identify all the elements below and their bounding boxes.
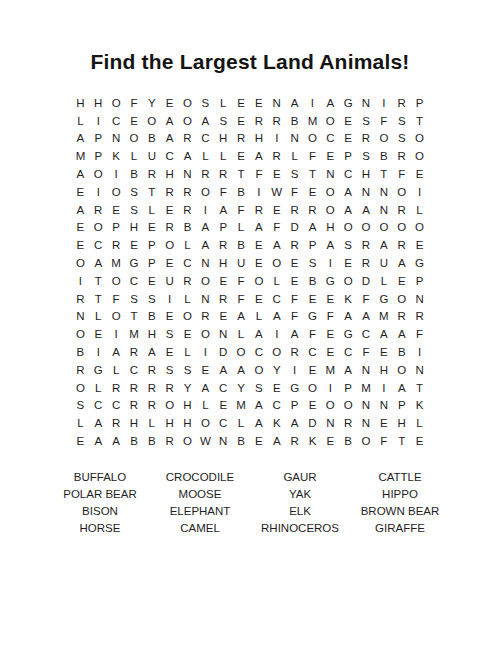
grid-cell: R xyxy=(268,147,286,165)
grid-cell: P xyxy=(339,379,357,397)
grid-cell: M xyxy=(232,397,250,415)
grid-cell: G xyxy=(125,254,143,272)
grid-cell: R xyxy=(179,272,197,290)
grid-cell: R xyxy=(72,361,90,379)
grid-cell: C xyxy=(89,236,107,254)
grid-cell: R xyxy=(250,201,268,219)
word-item: YAK xyxy=(250,486,350,503)
grid-cell: E xyxy=(161,94,179,112)
grid-cell: O xyxy=(339,397,357,415)
grid-cell: E xyxy=(161,308,179,326)
grid-cell: L xyxy=(107,361,125,379)
grid-cell: O xyxy=(161,397,179,415)
grid-cell: N xyxy=(375,201,393,219)
grid-cell: H xyxy=(125,414,143,432)
grid-cell: W xyxy=(196,432,214,450)
grid-cell: A xyxy=(304,219,322,237)
grid-cell: F xyxy=(321,308,339,326)
grid-cell: R xyxy=(161,183,179,201)
grid-cell: A xyxy=(196,112,214,130)
grid-cell: A xyxy=(339,361,357,379)
grid-cell: H xyxy=(179,414,197,432)
grid-cell: P xyxy=(143,254,161,272)
grid-cell: I xyxy=(411,183,429,201)
grid-cell: E xyxy=(72,219,90,237)
grid-cell: P xyxy=(339,147,357,165)
grid-cell: B xyxy=(375,147,393,165)
grid-cell: I xyxy=(268,325,286,343)
grid-cell: N xyxy=(107,130,125,148)
grid-cell: O xyxy=(339,272,357,290)
grid-cell: O xyxy=(143,112,161,130)
grid-cell: T xyxy=(89,290,107,308)
grid-cell: G xyxy=(339,325,357,343)
grid-cell: R xyxy=(125,397,143,415)
grid-cell: E xyxy=(72,183,90,201)
grid-cell: A xyxy=(393,325,411,343)
grid-cell: F xyxy=(125,94,143,112)
grid-cell: O xyxy=(107,183,125,201)
grid-cell: B xyxy=(143,130,161,148)
grid-cell: A xyxy=(321,236,339,254)
grid-cell: C xyxy=(196,130,214,148)
grid-cell: F xyxy=(250,165,268,183)
grid-cell: R xyxy=(232,130,250,148)
grid-cell: B xyxy=(179,219,197,237)
grid-cell: T xyxy=(375,165,393,183)
grid-cell: N xyxy=(196,290,214,308)
grid-cell: F xyxy=(232,272,250,290)
grid-cell: N xyxy=(357,94,375,112)
grid-cell: A xyxy=(393,254,411,272)
grid-cell: H xyxy=(214,254,232,272)
grid-cell: O xyxy=(250,361,268,379)
grid-cell: C xyxy=(304,343,322,361)
grid-cell: N xyxy=(357,397,375,415)
grid-cell: S xyxy=(125,183,143,201)
grid-cell: I xyxy=(304,94,322,112)
grid-cell: O xyxy=(89,165,107,183)
grid-cell: E xyxy=(232,147,250,165)
grid-cell: P xyxy=(89,130,107,148)
grid-cell: S xyxy=(161,361,179,379)
grid-cell: E xyxy=(179,325,197,343)
grid-cell: F xyxy=(304,325,322,343)
grid-cell: G xyxy=(286,379,304,397)
grid-cell: S xyxy=(143,290,161,308)
grid-cell: I xyxy=(321,254,339,272)
grid-cell: R xyxy=(411,308,429,326)
grid-cell: A xyxy=(250,325,268,343)
grid-cell: A xyxy=(286,325,304,343)
grid-cell: O xyxy=(411,147,429,165)
grid-cell: O xyxy=(72,325,90,343)
grid-cell: C xyxy=(321,130,339,148)
grid-cell: L xyxy=(214,147,232,165)
grid-cell: O xyxy=(250,272,268,290)
grid-cell: N xyxy=(196,254,214,272)
grid-cell: I xyxy=(286,361,304,379)
grid-cell: E xyxy=(321,343,339,361)
grid-cell: B xyxy=(393,343,411,361)
grid-cell: E xyxy=(321,325,339,343)
grid-cell: B xyxy=(339,432,357,450)
grid-cell: H xyxy=(179,397,197,415)
grid-cell: L xyxy=(179,343,197,361)
grid-cell: N xyxy=(357,183,375,201)
grid-cell: P xyxy=(411,272,429,290)
grid-cell: R xyxy=(125,379,143,397)
grid-cell: Y xyxy=(268,361,286,379)
grid-cell: O xyxy=(357,432,375,450)
grid-cell: H xyxy=(89,94,107,112)
grid-cell: B xyxy=(143,308,161,326)
grid-cell: N xyxy=(268,94,286,112)
grid-cell: R xyxy=(393,308,411,326)
grid-cell: O xyxy=(411,130,429,148)
grid-cell: U xyxy=(161,272,179,290)
grid-cell: H xyxy=(161,165,179,183)
grid-cell: N xyxy=(321,165,339,183)
grid-cell: R xyxy=(286,343,304,361)
grid-cell: K xyxy=(304,432,322,450)
grid-cell: B xyxy=(125,165,143,183)
grid-cell: F xyxy=(357,343,375,361)
grid-cell: M xyxy=(321,361,339,379)
grid-cell: Y xyxy=(143,94,161,112)
grid-cell: P xyxy=(89,147,107,165)
grid-cell: T xyxy=(411,112,429,130)
word-item: MOOSE xyxy=(150,486,250,503)
grid-cell: F xyxy=(411,325,429,343)
grid-cell: R xyxy=(393,201,411,219)
word-item: RHINOCEROS xyxy=(250,520,350,537)
grid-cell: E xyxy=(250,94,268,112)
grid-cell: P xyxy=(107,219,125,237)
grid-cell: R xyxy=(214,236,232,254)
grid-cell: E xyxy=(125,112,143,130)
grid-cell: N xyxy=(375,397,393,415)
grid-cell: O xyxy=(321,112,339,130)
grid-cell: A xyxy=(161,112,179,130)
grid-cell: E xyxy=(304,183,322,201)
grid-cell: S xyxy=(304,254,322,272)
grid-cell: S xyxy=(393,130,411,148)
grid-cell: A xyxy=(107,343,125,361)
grid-cell: F xyxy=(286,308,304,326)
grid-cell: R xyxy=(143,361,161,379)
grid-cell: C xyxy=(107,112,125,130)
grid-cell: R xyxy=(268,112,286,130)
grid-cell: R xyxy=(393,236,411,254)
grid-cell: B xyxy=(72,343,90,361)
grid-cell: O xyxy=(304,130,322,148)
grid-cell: R xyxy=(143,379,161,397)
grid-cell: R xyxy=(143,165,161,183)
grid-cell: L xyxy=(179,236,197,254)
grid-cell: E xyxy=(232,112,250,130)
grid-cell: K xyxy=(268,414,286,432)
grid-cell: F xyxy=(107,290,125,308)
grid-cell: O xyxy=(393,361,411,379)
grid-cell: B xyxy=(304,272,322,290)
grid-cell: P xyxy=(143,236,161,254)
grid-cell: A xyxy=(232,308,250,326)
grid-cell: R xyxy=(107,236,125,254)
grid-cell: S xyxy=(72,397,90,415)
grid-cell: R xyxy=(286,432,304,450)
grid-cell: C xyxy=(214,379,232,397)
grid-cell: P xyxy=(304,236,322,254)
grid-cell: I xyxy=(72,272,90,290)
grid-cell: I xyxy=(161,290,179,308)
grid-cell: A xyxy=(196,379,214,397)
grid-cell: A xyxy=(89,432,107,450)
grid-cell: A xyxy=(232,361,250,379)
grid-cell: Y xyxy=(179,379,197,397)
grid-cell: L xyxy=(250,308,268,326)
grid-cell: O xyxy=(411,219,429,237)
grid-cell: E xyxy=(161,343,179,361)
grid-cell: E xyxy=(161,254,179,272)
grid-cell: E xyxy=(232,94,250,112)
grid-cell: C xyxy=(107,397,125,415)
grid-cell: I xyxy=(375,94,393,112)
word-item: GAUR xyxy=(250,469,350,486)
grid-cell: R xyxy=(161,432,179,450)
grid-cell: E xyxy=(411,432,429,450)
grid-cell: Y xyxy=(232,379,250,397)
grid-cell: E xyxy=(321,432,339,450)
grid-cell: R xyxy=(250,112,268,130)
grid-cell: S xyxy=(161,325,179,343)
grid-cell: A xyxy=(375,236,393,254)
grid-cell: A xyxy=(196,219,214,237)
grid-cell: H xyxy=(357,165,375,183)
grid-cell: L xyxy=(89,308,107,326)
word-list: BUFFALO CROCODILE GAUR CATTLE POLAR BEAR… xyxy=(50,469,450,537)
grid-cell: R xyxy=(107,414,125,432)
grid-cell: E xyxy=(339,112,357,130)
grid-cell: L xyxy=(232,219,250,237)
grid-cell: N xyxy=(375,183,393,201)
grid-cell: A xyxy=(286,414,304,432)
grid-cell: N xyxy=(411,290,429,308)
word-item: CROCODILE xyxy=(150,469,250,486)
grid-cell: O xyxy=(89,219,107,237)
grid-cell: F xyxy=(375,112,393,130)
grid-cell: E xyxy=(411,165,429,183)
grid-cell: U xyxy=(375,254,393,272)
grid-cell: C xyxy=(268,290,286,308)
puzzle-title: Find the Largest Land Animals! xyxy=(0,0,500,74)
grid-cell: N xyxy=(357,414,375,432)
word-item: BUFFALO xyxy=(50,469,150,486)
word-item: CAMEL xyxy=(150,520,250,537)
grid-cell: E xyxy=(268,379,286,397)
grid-cell: S xyxy=(339,236,357,254)
grid-cell: C xyxy=(179,254,197,272)
word-item: HIPPO xyxy=(350,486,450,503)
grid-cell: L xyxy=(72,112,90,130)
grid-cell: O xyxy=(196,414,214,432)
grid-cell: R xyxy=(196,308,214,326)
grid-cell: R xyxy=(89,201,107,219)
grid-cell: L xyxy=(411,414,429,432)
grid-cell: S xyxy=(286,165,304,183)
grid-cell: L xyxy=(72,414,90,432)
grid-cell: G xyxy=(411,254,429,272)
grid-cell: I xyxy=(107,325,125,343)
grid-cell: O xyxy=(232,343,250,361)
grid-cell: I xyxy=(107,165,125,183)
grid-cell: H xyxy=(72,94,90,112)
grid-cell: B xyxy=(232,236,250,254)
grid-cell: E xyxy=(268,201,286,219)
grid-cell: I xyxy=(321,379,339,397)
grid-cell: A xyxy=(339,308,357,326)
word-item: ELEPHANT xyxy=(150,503,250,520)
grid-cell: T xyxy=(89,272,107,290)
grid-cell: L xyxy=(232,325,250,343)
grid-cell: I xyxy=(196,201,214,219)
letter-grid: HHOFYEOSLEENAIAGNIRPLICEOAOASERRBMOESFST… xyxy=(72,94,429,450)
grid-cell: A xyxy=(89,254,107,272)
grid-cell: L xyxy=(89,379,107,397)
word-item: POLAR BEAR xyxy=(50,486,150,503)
grid-cell: L xyxy=(196,147,214,165)
grid-cell: C xyxy=(268,397,286,415)
grid-cell: O xyxy=(357,219,375,237)
grid-cell: C xyxy=(250,343,268,361)
grid-cell: E xyxy=(250,432,268,450)
grid-cell: N xyxy=(214,432,232,450)
word-item: BROWN BEAR xyxy=(350,503,450,520)
word-item: ELK xyxy=(250,503,350,520)
grid-cell: A xyxy=(214,361,232,379)
grid-cell: R xyxy=(214,165,232,183)
grid-cell: E xyxy=(250,236,268,254)
grid-cell: E xyxy=(339,254,357,272)
grid-cell: E xyxy=(286,272,304,290)
grid-cell: A xyxy=(72,201,90,219)
grid-cell: H xyxy=(393,414,411,432)
grid-cell: G xyxy=(89,361,107,379)
grid-cell: G xyxy=(339,94,357,112)
grid-cell: R xyxy=(196,165,214,183)
grid-cell: I xyxy=(89,112,107,130)
grid-cell: C xyxy=(339,165,357,183)
grid-cell: N xyxy=(357,361,375,379)
grid-cell: I xyxy=(375,379,393,397)
grid-cell: R xyxy=(357,130,375,148)
grid-cell: N xyxy=(286,130,304,148)
grid-cell: L xyxy=(232,414,250,432)
grid-cell: E xyxy=(250,290,268,308)
grid-cell: O xyxy=(125,130,143,148)
grid-cell: E xyxy=(304,397,322,415)
grid-cell: M xyxy=(125,325,143,343)
grid-cell: R xyxy=(72,290,90,308)
grid-cell: C xyxy=(357,325,375,343)
grid-cell: B xyxy=(232,432,250,450)
grid-cell: O xyxy=(196,183,214,201)
grid-cell: L xyxy=(143,201,161,219)
grid-cell: A xyxy=(161,130,179,148)
grid-cell: M xyxy=(375,308,393,326)
grid-cell: O xyxy=(179,308,197,326)
grid-cell: E xyxy=(304,290,322,308)
grid-cell: A xyxy=(339,201,357,219)
grid-cell: L xyxy=(143,414,161,432)
grid-cell: H xyxy=(321,219,339,237)
grid-cell: N xyxy=(179,165,197,183)
grid-cell: O xyxy=(304,379,322,397)
grid-cell: A xyxy=(196,236,214,254)
word-item: GIRAFFE xyxy=(350,520,450,537)
grid-cell: E xyxy=(393,272,411,290)
grid-cell: O xyxy=(107,272,125,290)
grid-cell: R xyxy=(161,219,179,237)
grid-cell: A xyxy=(250,397,268,415)
grid-cell: M xyxy=(304,112,322,130)
grid-cell: S xyxy=(179,361,197,379)
grid-cell: A xyxy=(357,201,375,219)
grid-cell: N xyxy=(214,325,232,343)
grid-cell: O xyxy=(179,94,197,112)
grid-cell: W xyxy=(268,183,286,201)
grid-cell: T xyxy=(125,308,143,326)
grid-cell: F xyxy=(375,432,393,450)
grid-cell: F xyxy=(286,183,304,201)
grid-cell: I xyxy=(196,343,214,361)
grid-cell: N xyxy=(72,308,90,326)
grid-cell: T xyxy=(411,379,429,397)
grid-cell: L xyxy=(125,147,143,165)
grid-cell: R xyxy=(179,183,197,201)
grid-cell: A xyxy=(393,379,411,397)
grid-cell: B xyxy=(286,112,304,130)
grid-cell: E xyxy=(286,254,304,272)
grid-cell: R xyxy=(161,379,179,397)
grid-cell: O xyxy=(321,201,339,219)
grid-cell: A xyxy=(107,432,125,450)
grid-cell: R xyxy=(286,236,304,254)
grid-cell: R xyxy=(393,147,411,165)
grid-cell: E xyxy=(214,397,232,415)
grid-cell: U xyxy=(143,147,161,165)
grid-cell: A xyxy=(250,147,268,165)
grid-cell: O xyxy=(196,272,214,290)
grid-cell: O xyxy=(393,219,411,237)
grid-cell: H xyxy=(214,130,232,148)
grid-cell: E xyxy=(125,236,143,254)
grid-cell: A xyxy=(250,414,268,432)
grid-cell: A xyxy=(321,94,339,112)
grid-cell: E xyxy=(89,325,107,343)
grid-cell: O xyxy=(393,290,411,308)
grid-cell: S xyxy=(196,94,214,112)
grid-cell: A xyxy=(286,94,304,112)
grid-cell: R xyxy=(357,236,375,254)
grid-cell: F xyxy=(232,201,250,219)
grid-cell: R xyxy=(393,94,411,112)
grid-cell: O xyxy=(393,183,411,201)
grid-cell: G xyxy=(321,272,339,290)
grid-cell: C xyxy=(125,361,143,379)
grid-cell: L xyxy=(179,290,197,308)
word-item: CATTLE xyxy=(350,469,450,486)
